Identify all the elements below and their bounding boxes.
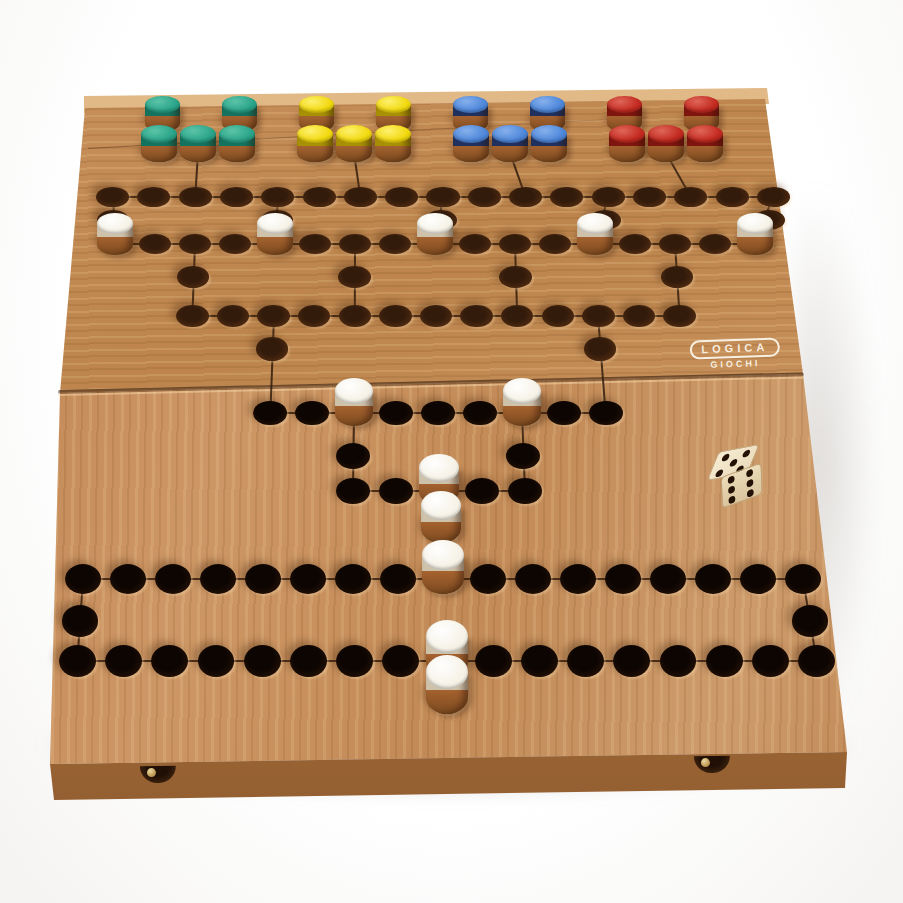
hole-r13c3[interactable] [155,564,191,594]
hole-r7c10[interactable] [460,305,492,327]
hole-r15c17[interactable] [798,645,835,678]
peg-green-r2c4[interactable] [219,125,255,167]
hole-r7c12[interactable] [542,305,574,327]
hole-r11c8[interactable] [379,478,413,505]
die-pip [747,488,754,497]
hole-r13c16[interactable] [740,564,776,594]
peg-red-r2c14[interactable] [609,125,645,167]
hole-r7c15[interactable] [663,305,695,327]
peg-cap-white [503,378,542,404]
peg-cap-white [426,620,469,653]
die-pip [746,469,753,478]
barricade-board [0,0,903,903]
die-pip [720,453,730,462]
hole-r15c3[interactable] [151,645,188,678]
peg-cap-white [426,655,469,689]
hole-r7c14[interactable] [623,305,655,327]
hole-r7c13[interactable] [582,305,614,327]
peg-white-r5c9[interactable] [417,213,454,259]
peg-red-r2c16[interactable] [687,125,723,167]
hole-r5c2[interactable] [139,234,171,254]
hole-r11c7[interactable] [336,478,370,505]
hole-r9c6[interactable] [295,401,329,426]
peg-green-r2c2[interactable] [141,125,177,167]
hole-r10c11[interactable] [506,443,540,469]
hole-r5c4[interactable] [219,234,251,254]
hole-r13c7[interactable] [335,564,371,594]
die-pip [728,485,735,494]
hole-r3c6[interactable] [303,187,336,207]
peg-green-r2c3[interactable] [180,125,216,167]
hole-r15c14[interactable] [660,645,697,678]
hole-r6c3[interactable] [177,266,209,287]
peg-white-r5c1[interactable] [97,213,134,259]
hole-r7c5[interactable] [257,305,289,327]
peg-blue-r2c10[interactable] [453,125,489,167]
hole-r9c5[interactable] [253,401,287,426]
hole-r9c13[interactable] [589,401,623,426]
hole-r7c11[interactable] [501,305,533,327]
hole-r3c11[interactable] [509,187,542,207]
hole-r5c11[interactable] [499,234,531,254]
hole-r9c10[interactable] [463,401,497,426]
hole-r15c8[interactable] [382,645,419,678]
hole-r15c10[interactable] [475,645,512,678]
hole-r15c15[interactable] [706,645,743,678]
hole-r13c14[interactable] [650,564,686,594]
hole-r15c12[interactable] [567,645,604,678]
hole-r3c4[interactable] [220,187,253,207]
track-line-vertical [269,316,275,413]
peg-yellow-r2c7[interactable] [336,125,372,167]
hole-r3c16[interactable] [716,187,749,207]
peg-white-r9c7[interactable] [335,378,374,430]
peg-red-r2c15[interactable] [648,125,684,167]
hole-r13c4[interactable] [200,564,236,594]
hole-r9c8[interactable] [379,401,413,426]
hole-r3c9[interactable] [426,187,459,207]
hole-r3c15[interactable] [674,187,707,207]
hole-r15c13[interactable] [613,645,650,678]
hole-r3c2[interactable] [137,187,170,207]
hole-r15c6[interactable] [290,645,327,678]
hole-r5c12[interactable] [539,234,571,254]
hole-r7c8[interactable] [379,305,411,327]
hole-r3c13[interactable] [592,187,625,207]
peg-blue-r2c12[interactable] [531,125,567,167]
clasp-pin-left [147,768,156,777]
hole-r3c3[interactable] [179,187,212,207]
peg-white-r13c9[interactable] [422,540,463,598]
hole-r13c17[interactable] [785,564,821,594]
clasp-pin-right [701,758,710,767]
hole-r13c5[interactable] [245,564,281,594]
hole-r11c10[interactable] [465,478,499,505]
hole-r8c13[interactable] [584,337,617,360]
hole-r5c14[interactable] [619,234,651,254]
peg-white-r5c5[interactable] [257,213,294,259]
hole-r13c13[interactable] [605,564,641,594]
hole-r3c1[interactable] [96,187,129,207]
hole-r15c1[interactable] [59,645,96,678]
hole-r7c9[interactable] [420,305,452,327]
hole-r15c4[interactable] [198,645,235,678]
hole-r3c10[interactable] [468,187,501,207]
hole-r9c12[interactable] [547,401,581,426]
hole-r15c7[interactable] [336,645,373,678]
hole-r15c5[interactable] [244,645,281,678]
hole-r7c3[interactable] [176,305,208,327]
die-pip [728,475,735,484]
hole-r5c15[interactable] [659,234,691,254]
hole-r3c12[interactable] [550,187,583,207]
hole-r3c7[interactable] [344,187,377,207]
hole-r5c6[interactable] [299,234,331,254]
hole-r15c11[interactable] [521,645,558,678]
hole-r6c7[interactable] [338,266,370,287]
die-pip [728,459,738,468]
hole-r3c14[interactable] [633,187,666,207]
die-pip [729,495,736,504]
hole-r5c8[interactable] [379,234,411,254]
product-photo-scene: LOGICA GIOCHI [0,0,903,903]
hole-r14c17[interactable] [792,605,828,636]
hole-r9c9[interactable] [421,401,455,426]
hole-r13c8[interactable] [380,564,416,594]
hole-r13c2[interactable] [110,564,146,594]
hole-r3c17[interactable] [757,187,790,207]
peg-blue-r2c11[interactable] [492,125,528,167]
hole-r14c1[interactable] [62,605,98,636]
hole-r13c15[interactable] [695,564,731,594]
hole-r3c5[interactable] [261,187,294,207]
hole-r5c7[interactable] [339,234,371,254]
hole-r3c8[interactable] [385,187,418,207]
die-pip [742,449,752,458]
hole-r5c16[interactable] [699,234,731,254]
peg-yellow-r2c8[interactable] [375,125,411,167]
hole-r7c6[interactable] [298,305,330,327]
hole-r6c15[interactable] [661,266,693,287]
track-line-vertical [597,316,607,413]
peg-white-r5c17[interactable] [737,213,774,259]
hole-r5c10[interactable] [459,234,491,254]
peg-cap-white [422,540,463,571]
die-pip [746,478,753,487]
hole-r6c11[interactable] [499,266,531,287]
hole-r11c11[interactable] [508,478,542,505]
hole-r13c6[interactable] [290,564,326,594]
peg-white-r9c11[interactable] [503,378,542,430]
peg-yellow-r2c6[interactable] [297,125,333,167]
hole-r8c5[interactable] [256,337,289,360]
hole-r15c2[interactable] [105,645,142,678]
hole-r13c1[interactable] [65,564,101,594]
hole-r10c7[interactable] [336,443,370,469]
peg-white-r5c13[interactable] [577,213,614,259]
hole-r13c12[interactable] [560,564,596,594]
hole-r7c4[interactable] [217,305,249,327]
peg-cap-white [335,378,374,404]
hole-r7c7[interactable] [339,305,371,327]
hole-r13c11[interactable] [515,564,551,594]
hole-r13c10[interactable] [470,564,506,594]
die[interactable] [703,443,774,515]
peg-cap-white [421,491,461,520]
hole-r5c3[interactable] [179,234,211,254]
peg-white-r16c9[interactable] [426,655,469,718]
hole-r15c16[interactable] [752,645,789,678]
peg-cap-white [419,454,459,482]
